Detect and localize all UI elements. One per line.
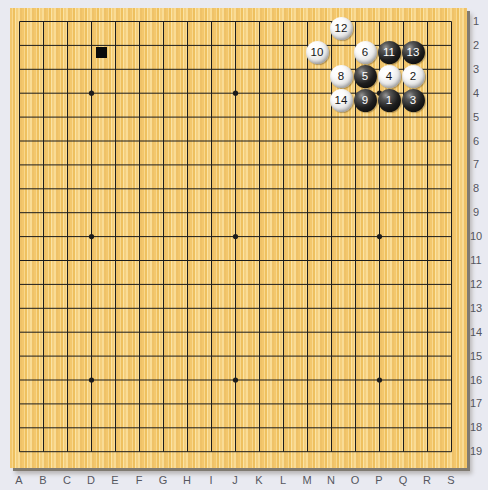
column-label-S: S [439, 474, 463, 486]
stone-number: 2 [410, 71, 416, 83]
row-label-12: 12 [466, 278, 486, 290]
row-label-11: 11 [466, 254, 486, 266]
column-label-I: I [199, 474, 223, 486]
stone-black-9-O4[interactable]: 9 [354, 89, 377, 112]
row-label-8: 8 [466, 182, 486, 194]
stone-number: 12 [335, 23, 348, 35]
column-label-J: J [223, 474, 247, 486]
stone-white-12-N1[interactable]: 12 [330, 17, 353, 40]
row-label-5: 5 [466, 111, 486, 123]
row-label-10: 10 [466, 230, 486, 242]
column-label-P: P [367, 474, 391, 486]
column-label-M: M [295, 474, 319, 486]
row-label-2: 2 [466, 39, 486, 51]
stone-number: 3 [410, 95, 416, 107]
stone-white-10-M2[interactable]: 10 [306, 41, 329, 64]
row-label-6: 6 [466, 135, 486, 147]
stone-number: 8 [338, 71, 344, 83]
row-label-1: 1 [466, 15, 486, 27]
row-label-15: 15 [466, 350, 486, 362]
stone-number: 9 [362, 95, 368, 107]
stone-number: 10 [311, 47, 324, 59]
column-label-O: O [343, 474, 367, 486]
stone-number: 13 [407, 47, 420, 59]
row-label-3: 3 [466, 63, 486, 75]
stone-number: 14 [335, 95, 348, 107]
stone-white-2-Q3[interactable]: 2 [402, 65, 425, 88]
stones-layer: 123456891011121314 [17, 17, 473, 471]
column-label-Q: Q [391, 474, 415, 486]
row-label-16: 16 [466, 374, 486, 386]
stone-black-1-P4[interactable]: 1 [378, 89, 401, 112]
stone-black-3-Q4[interactable]: 3 [402, 89, 425, 112]
stone-number: 5 [362, 71, 368, 83]
column-label-R: R [415, 474, 439, 486]
row-label-4: 4 [466, 87, 486, 99]
stone-white-4-P3[interactable]: 4 [378, 65, 401, 88]
column-label-H: H [175, 474, 199, 486]
stone-white-14-N4[interactable]: 14 [330, 89, 353, 112]
square-marker-D2 [96, 47, 107, 58]
column-label-D: D [79, 474, 103, 486]
column-label-K: K [247, 474, 271, 486]
row-label-13: 13 [466, 302, 486, 314]
go-board[interactable]: 123456891011121314 [10, 8, 467, 468]
stone-black-5-O3[interactable]: 5 [354, 65, 377, 88]
stone-white-6-O2[interactable]: 6 [354, 41, 377, 64]
row-label-7: 7 [466, 158, 486, 170]
column-label-C: C [55, 474, 79, 486]
stone-number: 1 [386, 95, 392, 107]
row-label-18: 18 [466, 421, 486, 433]
stone-black-11-P2[interactable]: 11 [378, 41, 401, 64]
column-label-G: G [151, 474, 175, 486]
page: 123456891011121314 ABCDEFGHIJKLMNOPQRS 1… [0, 0, 488, 490]
column-label-B: B [31, 474, 55, 486]
row-label-9: 9 [466, 206, 486, 218]
column-label-F: F [127, 474, 151, 486]
column-label-E: E [103, 474, 127, 486]
stone-number: 4 [386, 71, 392, 83]
stone-white-8-N3[interactable]: 8 [330, 65, 353, 88]
column-label-L: L [271, 474, 295, 486]
column-label-N: N [319, 474, 343, 486]
stone-number: 6 [362, 47, 368, 59]
row-label-14: 14 [466, 326, 486, 338]
row-label-19: 19 [466, 445, 486, 457]
row-label-17: 17 [466, 397, 486, 409]
column-label-A: A [7, 474, 31, 486]
stone-black-13-Q2[interactable]: 13 [402, 41, 425, 64]
stone-number: 11 [383, 47, 395, 59]
